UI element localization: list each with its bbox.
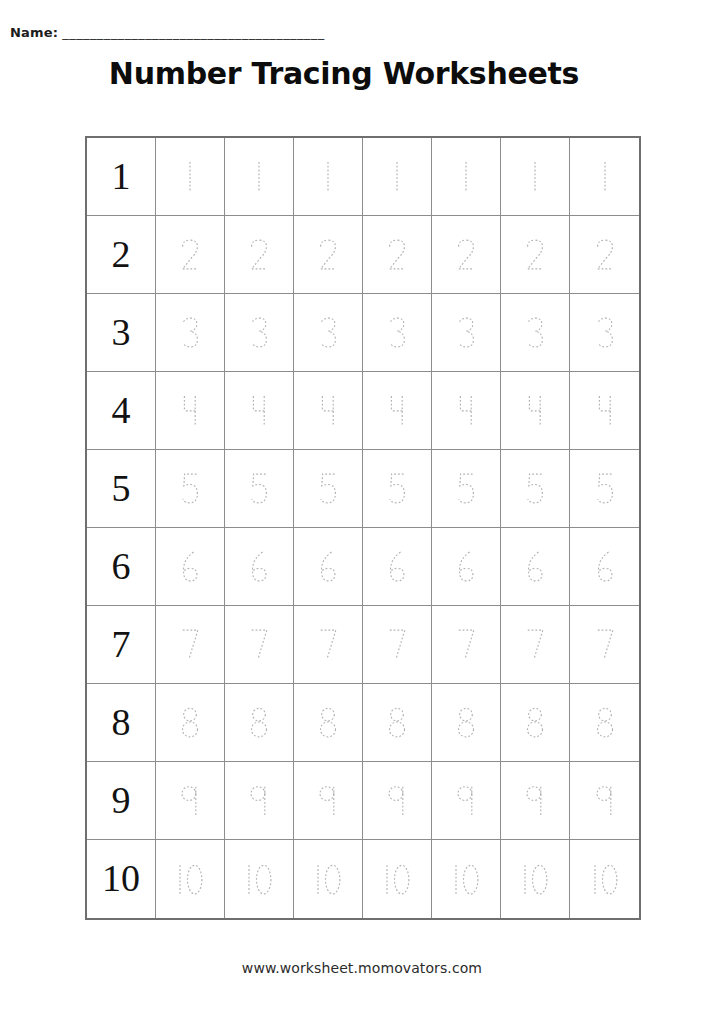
trace-number-cell	[225, 450, 294, 528]
trace-number-cell	[156, 216, 225, 294]
solid-number-cell: 1	[87, 138, 156, 216]
trace-number-cell	[432, 606, 501, 684]
solid-number-cell: 3	[87, 294, 156, 372]
trace-number-cell	[501, 606, 570, 684]
solid-number-cell: 4	[87, 372, 156, 450]
solid-number-cell: 9	[87, 762, 156, 840]
trace-number-cell	[432, 840, 501, 918]
trace-number-cell	[570, 450, 639, 528]
trace-number-cell	[156, 762, 225, 840]
trace-number-cell	[225, 840, 294, 918]
trace-number-cell	[225, 138, 294, 216]
trace-number-cell	[294, 216, 363, 294]
trace-number-cell	[501, 528, 570, 606]
trace-number-cell	[363, 684, 432, 762]
trace-number-cell	[501, 294, 570, 372]
name-label: Name:	[10, 25, 58, 40]
trace-number-cell	[570, 606, 639, 684]
solid-number-cell: 5	[87, 450, 156, 528]
trace-number-cell	[156, 450, 225, 528]
trace-number-cell	[156, 372, 225, 450]
trace-number-cell	[363, 372, 432, 450]
trace-number-cell	[570, 372, 639, 450]
trace-number-cell	[363, 450, 432, 528]
trace-number-cell	[156, 606, 225, 684]
trace-number-cell	[570, 528, 639, 606]
trace-number-cell	[225, 294, 294, 372]
trace-number-cell	[501, 450, 570, 528]
trace-number-cell	[363, 216, 432, 294]
trace-number-cell	[363, 138, 432, 216]
trace-number-cell	[156, 138, 225, 216]
trace-number-cell	[570, 216, 639, 294]
trace-number-cell	[294, 450, 363, 528]
name-blank-line: ______________________________________	[62, 25, 324, 40]
trace-number-cell	[501, 216, 570, 294]
trace-number-cell	[225, 528, 294, 606]
trace-number-cell	[363, 762, 432, 840]
name-row: Name: __________________________________…	[10, 25, 325, 40]
trace-number-cell	[432, 138, 501, 216]
trace-number-cell	[432, 216, 501, 294]
trace-number-cell	[156, 684, 225, 762]
trace-number-cell	[363, 294, 432, 372]
trace-number-cell	[501, 138, 570, 216]
page-title: Number Tracing Worksheets	[0, 56, 688, 91]
trace-number-cell	[570, 684, 639, 762]
trace-number-cell	[156, 840, 225, 918]
trace-number-cell	[156, 294, 225, 372]
footer-url: www.worksheet.momovators.com	[0, 960, 724, 976]
trace-number-cell	[570, 762, 639, 840]
trace-number-cell	[294, 138, 363, 216]
trace-number-cell	[363, 840, 432, 918]
worksheet-page: Name: __________________________________…	[0, 0, 724, 1024]
solid-number-cell: 10	[87, 840, 156, 918]
trace-number-cell	[432, 294, 501, 372]
solid-number-cell: 6	[87, 528, 156, 606]
trace-number-cell	[501, 372, 570, 450]
trace-number-cell	[156, 528, 225, 606]
trace-number-cell	[432, 762, 501, 840]
solid-number-cell: 7	[87, 606, 156, 684]
trace-number-cell	[501, 684, 570, 762]
trace-number-cell	[363, 528, 432, 606]
trace-number-cell	[570, 840, 639, 918]
trace-number-cell	[294, 684, 363, 762]
trace-number-cell	[501, 840, 570, 918]
trace-number-cell	[294, 528, 363, 606]
trace-number-cell	[432, 528, 501, 606]
trace-number-cell	[570, 294, 639, 372]
trace-number-cell	[432, 684, 501, 762]
trace-number-cell	[225, 762, 294, 840]
trace-number-cell	[432, 372, 501, 450]
trace-number-cell	[294, 372, 363, 450]
number-tracing-grid: 12345678910	[85, 136, 641, 920]
trace-number-cell	[501, 762, 570, 840]
trace-number-cell	[363, 606, 432, 684]
solid-number-cell: 8	[87, 684, 156, 762]
trace-number-cell	[294, 840, 363, 918]
trace-number-cell	[225, 606, 294, 684]
trace-number-cell	[294, 294, 363, 372]
trace-number-cell	[570, 138, 639, 216]
trace-number-cell	[225, 372, 294, 450]
trace-number-cell	[225, 216, 294, 294]
trace-number-cell	[225, 684, 294, 762]
trace-number-cell	[294, 606, 363, 684]
trace-number-cell	[294, 762, 363, 840]
trace-number-cell	[432, 450, 501, 528]
solid-number-cell: 2	[87, 216, 156, 294]
